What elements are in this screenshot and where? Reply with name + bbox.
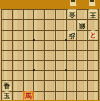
board-cell-5g[interactable] [45, 70, 56, 80]
board-cell-3f[interactable] [66, 60, 77, 70]
board-cell-8f[interactable] [12, 60, 23, 70]
board-cell-9b[interactable] [2, 19, 13, 29]
board-cell-8h[interactable] [12, 80, 23, 90]
board-cell-5e[interactable] [45, 50, 56, 60]
board-cell-7h[interactable] [23, 80, 34, 90]
captured-piece-kanji-cutoff [71, 0, 75, 2]
board-cell-2h[interactable] [77, 80, 88, 90]
board-cell-1f[interactable] [88, 60, 99, 70]
board-cell-3i[interactable] [66, 91, 77, 101]
board-cell-1c[interactable]: と [88, 30, 99, 40]
board-cell-3a[interactable]: 金 [66, 9, 77, 19]
board-cell-2f[interactable] [77, 60, 88, 70]
board-cell-1e[interactable] [88, 50, 99, 60]
board-cell-5h[interactable] [45, 80, 56, 90]
board-cell-3d[interactable] [66, 40, 77, 50]
board-cell-9g[interactable] [2, 70, 13, 80]
board-cell-1b[interactable] [88, 19, 99, 29]
board-cell-2i[interactable] [77, 91, 88, 101]
board-cell-6f[interactable] [34, 60, 45, 70]
shogi-piece-2b[interactable]: 銀 [78, 20, 87, 30]
board-cell-6b[interactable] [34, 19, 45, 29]
captured-piece-kanji-cutoff [90, 0, 94, 2]
board-cell-4a[interactable] [55, 9, 66, 19]
board-cell-2g[interactable] [77, 70, 88, 80]
board-cell-7e[interactable] [23, 50, 34, 60]
board-cell-2e[interactable] [77, 50, 88, 60]
board-cell-9a[interactable] [2, 9, 13, 19]
board-cell-7b[interactable] [23, 19, 34, 29]
board-cell-9d[interactable] [2, 40, 13, 50]
board-cell-8c[interactable] [12, 30, 23, 40]
board-cell-3c[interactable]: 歩 [66, 30, 77, 40]
shogi-piece-3c[interactable]: 歩 [67, 30, 76, 40]
shogi-piece-1c[interactable]: と [88, 30, 97, 40]
board-cell-8g[interactable] [12, 70, 23, 80]
board-cell-6i[interactable] [34, 91, 45, 101]
board-cell-6e[interactable] [34, 50, 45, 60]
board-cell-8e[interactable] [12, 50, 23, 60]
board-cell-7i[interactable]: 馬 [23, 91, 34, 101]
board-cell-6h[interactable] [34, 80, 45, 90]
board-cell-9c[interactable] [2, 30, 13, 40]
captured-piece[interactable] [70, 0, 77, 6]
board-cell-7d[interactable] [23, 40, 34, 50]
shogi-piece-9h[interactable]: 香 [2, 81, 11, 91]
board-cell-2b[interactable]: 銀 [77, 19, 88, 29]
board-cell-2a[interactable] [77, 9, 88, 19]
board-cell-5f[interactable] [45, 60, 56, 70]
board-cell-3b[interactable] [66, 19, 77, 29]
board-cell-4b[interactable] [55, 19, 66, 29]
board-cell-8d[interactable] [12, 40, 23, 50]
board-cell-6d[interactable] [34, 40, 45, 50]
board-cell-7f[interactable] [23, 60, 34, 70]
board-cell-1g[interactable] [88, 70, 99, 80]
shogi-piece-3a[interactable]: 金 [67, 10, 76, 20]
board-cell-9i[interactable]: 玉 [2, 91, 13, 101]
board-cell-4c[interactable] [55, 30, 66, 40]
board-cell-6c[interactable] [34, 30, 45, 40]
board-cell-7g[interactable] [23, 70, 34, 80]
board-cell-4h[interactable] [55, 80, 66, 90]
board-cell-7a[interactable] [23, 9, 34, 19]
board-cell-8a[interactable] [12, 9, 23, 19]
board-cell-4f[interactable] [55, 60, 66, 70]
board-cell-9h[interactable]: 香 [2, 80, 13, 90]
board-cell-4i[interactable] [55, 91, 66, 101]
shogi-piece-9i[interactable]: 玉 [2, 91, 11, 100]
board-cell-5b[interactable] [45, 19, 56, 29]
board-cell-3g[interactable] [66, 70, 77, 80]
board-cell-1h[interactable] [88, 80, 99, 90]
board-cell-5d[interactable] [45, 40, 56, 50]
board-cell-8i[interactable] [12, 91, 23, 101]
captured-piece[interactable] [89, 0, 96, 6]
board-cell-4e[interactable] [55, 50, 66, 60]
board-cell-3h[interactable] [66, 80, 77, 90]
board-cell-8b[interactable] [12, 19, 23, 29]
shogi-piece-1a[interactable]: 王 [88, 10, 97, 20]
board-cell-7c[interactable] [23, 30, 34, 40]
shogi-piece-7i[interactable]: 馬 [24, 91, 33, 100]
board-cell-4d[interactable] [55, 40, 66, 50]
board-cell-6g[interactable] [34, 70, 45, 80]
board-cell-2d[interactable] [77, 40, 88, 50]
board-cell-4g[interactable] [55, 70, 66, 80]
board-cell-9e[interactable] [2, 50, 13, 60]
board-cell-5i[interactable] [45, 91, 56, 101]
captured-pieces-tray [0, 0, 100, 9]
board-cell-1i[interactable] [88, 91, 99, 101]
board-cell-5a[interactable] [45, 9, 56, 19]
board-cell-3e[interactable] [66, 50, 77, 60]
board: 金王銀歩と香玉馬 [0, 9, 100, 100]
board-cell-5c[interactable] [45, 30, 56, 40]
board-cell-1d[interactable] [88, 40, 99, 50]
board-cell-1a[interactable]: 王 [88, 9, 99, 19]
board-cell-2c[interactable] [77, 30, 88, 40]
board-cell-6a[interactable] [34, 9, 45, 19]
board-cell-9f[interactable] [2, 60, 13, 70]
